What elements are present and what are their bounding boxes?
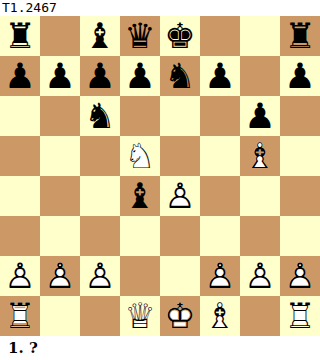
square-d7[interactable]: ♟ — [120, 56, 160, 96]
square-c5[interactable] — [80, 136, 120, 176]
square-h2[interactable]: ♟♙ — [280, 256, 320, 296]
piece-white-bishop[interactable]: ♝♗ — [200, 296, 240, 336]
piece-white-rook[interactable]: ♜♖ — [280, 296, 320, 336]
piece-black-rook[interactable]: ♜ — [0, 16, 40, 56]
square-b7[interactable]: ♟ — [40, 56, 80, 96]
square-a6[interactable] — [0, 96, 40, 136]
square-b6[interactable] — [40, 96, 80, 136]
square-e1[interactable]: ♚♔ — [160, 296, 200, 336]
square-c3[interactable] — [80, 216, 120, 256]
square-c1[interactable] — [80, 296, 120, 336]
square-c7[interactable]: ♟ — [80, 56, 120, 96]
piece-white-pawn[interactable]: ♟♙ — [40, 256, 80, 296]
piece-white-king[interactable]: ♚♔ — [160, 296, 200, 336]
piece-black-bishop[interactable]: ♝ — [120, 176, 160, 216]
square-f1[interactable]: ♝♗ — [200, 296, 240, 336]
puzzle-id: T1.2467 — [0, 0, 57, 16]
piece-black-pawn[interactable]: ♟ — [200, 56, 240, 96]
square-c2[interactable]: ♟♙ — [80, 256, 120, 296]
square-a2[interactable]: ♟♙ — [0, 256, 40, 296]
square-g1[interactable] — [240, 296, 280, 336]
piece-white-pawn[interactable]: ♟♙ — [80, 256, 120, 296]
piece-black-pawn[interactable]: ♟ — [0, 56, 40, 96]
square-d4[interactable]: ♝ — [120, 176, 160, 216]
square-a7[interactable]: ♟ — [0, 56, 40, 96]
square-f3[interactable] — [200, 216, 240, 256]
square-c8[interactable]: ♝ — [80, 16, 120, 56]
square-h4[interactable] — [280, 176, 320, 216]
square-g2[interactable]: ♟♙ — [240, 256, 280, 296]
piece-white-rook[interactable]: ♜♖ — [0, 296, 40, 336]
piece-white-bishop[interactable]: ♝♗ — [240, 136, 280, 176]
square-c4[interactable] — [80, 176, 120, 216]
square-e3[interactable] — [160, 216, 200, 256]
square-e2[interactable] — [160, 256, 200, 296]
square-a1[interactable]: ♜♖ — [0, 296, 40, 336]
square-h8[interactable]: ♜ — [280, 16, 320, 56]
piece-white-knight[interactable]: ♞♘ — [120, 136, 160, 176]
square-d8[interactable]: ♛ — [120, 16, 160, 56]
square-a3[interactable] — [0, 216, 40, 256]
piece-white-pawn[interactable]: ♟♙ — [240, 256, 280, 296]
square-f2[interactable]: ♟♙ — [200, 256, 240, 296]
square-h1[interactable]: ♜♖ — [280, 296, 320, 336]
square-e4[interactable]: ♟♙ — [160, 176, 200, 216]
square-g5[interactable]: ♝♗ — [240, 136, 280, 176]
piece-black-pawn[interactable]: ♟ — [40, 56, 80, 96]
piece-black-pawn[interactable]: ♟ — [80, 56, 120, 96]
square-e8[interactable]: ♚ — [160, 16, 200, 56]
piece-black-knight[interactable]: ♞ — [80, 96, 120, 136]
title-bar: T1.2467 — [0, 0, 320, 16]
piece-black-king[interactable]: ♚ — [160, 16, 200, 56]
square-f4[interactable] — [200, 176, 240, 216]
piece-white-pawn[interactable]: ♟♙ — [160, 176, 200, 216]
chess-board: ♜♝♛♚♜♟♟♟♟♞♟♟♞♟♞♘♝♗♝♟♙♟♙♟♙♟♙♟♙♟♙♟♙♜♖♛♕♚♔♝… — [0, 16, 320, 336]
piece-black-rook[interactable]: ♜ — [280, 16, 320, 56]
square-g3[interactable] — [240, 216, 280, 256]
square-b8[interactable] — [40, 16, 80, 56]
square-d3[interactable] — [120, 216, 160, 256]
square-a4[interactable] — [0, 176, 40, 216]
square-b1[interactable] — [40, 296, 80, 336]
square-f5[interactable] — [200, 136, 240, 176]
square-e7[interactable]: ♞ — [160, 56, 200, 96]
square-e5[interactable] — [160, 136, 200, 176]
square-b4[interactable] — [40, 176, 80, 216]
piece-black-knight[interactable]: ♞ — [160, 56, 200, 96]
move-prompt: 1. ? — [0, 339, 38, 357]
square-b2[interactable]: ♟♙ — [40, 256, 80, 296]
square-e6[interactable] — [160, 96, 200, 136]
piece-white-pawn[interactable]: ♟♙ — [280, 256, 320, 296]
piece-white-queen[interactable]: ♛♕ — [120, 296, 160, 336]
square-d5[interactable]: ♞♘ — [120, 136, 160, 176]
status-bar: 1. ? — [0, 336, 320, 360]
square-d2[interactable] — [120, 256, 160, 296]
square-h6[interactable] — [280, 96, 320, 136]
square-h7[interactable]: ♟ — [280, 56, 320, 96]
square-g6[interactable]: ♟ — [240, 96, 280, 136]
piece-black-bishop[interactable]: ♝ — [80, 16, 120, 56]
square-f8[interactable] — [200, 16, 240, 56]
square-h5[interactable] — [280, 136, 320, 176]
square-h3[interactable] — [280, 216, 320, 256]
square-b5[interactable] — [40, 136, 80, 176]
piece-white-pawn[interactable]: ♟♙ — [0, 256, 40, 296]
piece-black-pawn[interactable]: ♟ — [120, 56, 160, 96]
square-f7[interactable]: ♟ — [200, 56, 240, 96]
piece-black-pawn[interactable]: ♟ — [280, 56, 320, 96]
square-g4[interactable] — [240, 176, 280, 216]
square-a8[interactable]: ♜ — [0, 16, 40, 56]
square-g8[interactable] — [240, 16, 280, 56]
piece-white-pawn[interactable]: ♟♙ — [200, 256, 240, 296]
square-c6[interactable]: ♞ — [80, 96, 120, 136]
square-f6[interactable] — [200, 96, 240, 136]
square-a5[interactable] — [0, 136, 40, 176]
piece-black-pawn[interactable]: ♟ — [240, 96, 280, 136]
square-g7[interactable] — [240, 56, 280, 96]
chess-app-window: T1.2467 ♜♝♛♚♜♟♟♟♟♞♟♟♞♟♞♘♝♗♝♟♙♟♙♟♙♟♙♟♙♟♙♟… — [0, 0, 320, 360]
square-d6[interactable] — [120, 96, 160, 136]
piece-black-queen[interactable]: ♛ — [120, 16, 160, 56]
square-b3[interactable] — [40, 216, 80, 256]
square-d1[interactable]: ♛♕ — [120, 296, 160, 336]
